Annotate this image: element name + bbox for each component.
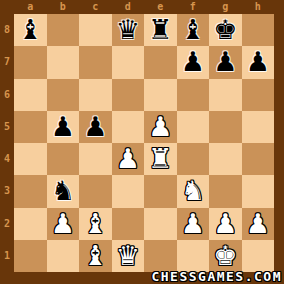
square-e8[interactable]: ♜ — [144, 14, 177, 46]
square-a1[interactable] — [14, 240, 47, 272]
square-h2[interactable]: ♟ — [242, 208, 275, 240]
square-e4[interactable]: ♜ — [144, 143, 177, 175]
chessgames-watermark: CHESSGAMES.COM — [151, 270, 282, 284]
piece-black-king-g8[interactable]: ♚ — [209, 14, 242, 46]
square-c6[interactable] — [79, 79, 112, 111]
square-d3[interactable] — [112, 175, 145, 207]
square-h7[interactable]: ♟ — [242, 46, 275, 78]
square-c4[interactable] — [79, 143, 112, 175]
square-d4[interactable]: ♟ — [112, 143, 145, 175]
square-c3[interactable] — [79, 175, 112, 207]
square-f4[interactable] — [177, 143, 210, 175]
square-g2[interactable]: ♟ — [209, 208, 242, 240]
square-b6[interactable] — [47, 79, 80, 111]
rank-label-6: 6 — [0, 79, 14, 111]
board-frame: abcdefgh 87654321 ♝♛♜♝♚♟♟♟♟♟♟♟♜♞♞♟♝♟♟♟♝♛… — [0, 0, 284, 284]
file-label-g: g — [209, 0, 242, 14]
file-label-c: c — [79, 0, 112, 14]
rank-label-8: 8 — [0, 14, 14, 46]
square-c7[interactable] — [79, 46, 112, 78]
piece-white-pawn-d4[interactable]: ♟ — [112, 143, 145, 175]
square-c8[interactable] — [79, 14, 112, 46]
piece-black-pawn-b5[interactable]: ♟ — [47, 111, 80, 143]
piece-white-bishop-c2[interactable]: ♝ — [79, 208, 112, 240]
piece-black-pawn-c5[interactable]: ♟ — [79, 111, 112, 143]
piece-white-knight-f3[interactable]: ♞ — [177, 175, 210, 207]
square-h3[interactable] — [242, 175, 275, 207]
piece-black-bishop-a8[interactable]: ♝ — [14, 14, 47, 46]
square-f7[interactable]: ♟ — [177, 46, 210, 78]
piece-white-king-g1[interactable]: ♚ — [209, 240, 242, 272]
square-e7[interactable] — [144, 46, 177, 78]
rank-label-4: 4 — [0, 143, 14, 175]
file-labels: abcdefgh — [14, 0, 274, 14]
square-f3[interactable]: ♞ — [177, 175, 210, 207]
square-g1[interactable]: ♚ — [209, 240, 242, 272]
square-a4[interactable] — [14, 143, 47, 175]
square-g6[interactable] — [209, 79, 242, 111]
square-e5[interactable]: ♟ — [144, 111, 177, 143]
square-e6[interactable] — [144, 79, 177, 111]
square-c5[interactable]: ♟ — [79, 111, 112, 143]
square-d1[interactable]: ♛ — [112, 240, 145, 272]
file-label-d: d — [112, 0, 145, 14]
piece-white-rook-e4[interactable]: ♜ — [144, 143, 177, 175]
piece-black-knight-b3[interactable]: ♞ — [47, 175, 80, 207]
square-a5[interactable] — [14, 111, 47, 143]
piece-white-pawn-h2[interactable]: ♟ — [242, 208, 275, 240]
square-c2[interactable]: ♝ — [79, 208, 112, 240]
file-label-b: b — [47, 0, 80, 14]
piece-black-pawn-h7[interactable]: ♟ — [242, 46, 275, 78]
square-b5[interactable]: ♟ — [47, 111, 80, 143]
piece-white-pawn-e5[interactable]: ♟ — [144, 111, 177, 143]
piece-white-queen-d1[interactable]: ♛ — [112, 240, 145, 272]
square-f1[interactable] — [177, 240, 210, 272]
square-c1[interactable]: ♝ — [79, 240, 112, 272]
square-a6[interactable] — [14, 79, 47, 111]
square-h1[interactable] — [242, 240, 275, 272]
rank-labels: 87654321 — [0, 14, 14, 272]
square-d2[interactable] — [112, 208, 145, 240]
rank-label-5: 5 — [0, 111, 14, 143]
piece-white-pawn-b2[interactable]: ♟ — [47, 208, 80, 240]
piece-black-bishop-f8[interactable]: ♝ — [177, 14, 210, 46]
square-a2[interactable] — [14, 208, 47, 240]
square-b7[interactable] — [47, 46, 80, 78]
square-b1[interactable] — [47, 240, 80, 272]
rank-label-1: 1 — [0, 240, 14, 272]
rank-label-3: 3 — [0, 175, 14, 207]
piece-black-queen-d8[interactable]: ♛ — [112, 14, 145, 46]
square-d5[interactable] — [112, 111, 145, 143]
file-label-e: e — [144, 0, 177, 14]
square-a8[interactable]: ♝ — [14, 14, 47, 46]
piece-white-pawn-f2[interactable]: ♟ — [177, 208, 210, 240]
square-h4[interactable] — [242, 143, 275, 175]
square-f8[interactable]: ♝ — [177, 14, 210, 46]
piece-black-rook-e8[interactable]: ♜ — [144, 14, 177, 46]
rank-label-7: 7 — [0, 46, 14, 78]
square-e1[interactable] — [144, 240, 177, 272]
square-g3[interactable] — [209, 175, 242, 207]
square-e2[interactable] — [144, 208, 177, 240]
square-g5[interactable] — [209, 111, 242, 143]
square-a3[interactable] — [14, 175, 47, 207]
piece-white-bishop-c1[interactable]: ♝ — [79, 240, 112, 272]
piece-black-pawn-f7[interactable]: ♟ — [177, 46, 210, 78]
piece-white-pawn-g2[interactable]: ♟ — [209, 208, 242, 240]
square-g4[interactable] — [209, 143, 242, 175]
square-e3[interactable] — [144, 175, 177, 207]
file-label-a: a — [14, 0, 47, 14]
square-f6[interactable] — [177, 79, 210, 111]
board: ♝♛♜♝♚♟♟♟♟♟♟♟♜♞♞♟♝♟♟♟♝♛♚ — [14, 14, 274, 272]
square-b2[interactable]: ♟ — [47, 208, 80, 240]
piece-black-pawn-g7[interactable]: ♟ — [209, 46, 242, 78]
square-h6[interactable] — [242, 79, 275, 111]
square-h8[interactable] — [242, 14, 275, 46]
square-d7[interactable] — [112, 46, 145, 78]
file-label-f: f — [177, 0, 210, 14]
rank-label-2: 2 — [0, 208, 14, 240]
square-f2[interactable]: ♟ — [177, 208, 210, 240]
square-d6[interactable] — [112, 79, 145, 111]
file-label-h: h — [242, 0, 275, 14]
square-b3[interactable]: ♞ — [47, 175, 80, 207]
square-a7[interactable] — [14, 46, 47, 78]
square-d8[interactable]: ♛ — [112, 14, 145, 46]
square-b4[interactable] — [47, 143, 80, 175]
square-g8[interactable]: ♚ — [209, 14, 242, 46]
square-g7[interactable]: ♟ — [209, 46, 242, 78]
square-b8[interactable] — [47, 14, 80, 46]
square-f5[interactable] — [177, 111, 210, 143]
square-h5[interactable] — [242, 111, 275, 143]
